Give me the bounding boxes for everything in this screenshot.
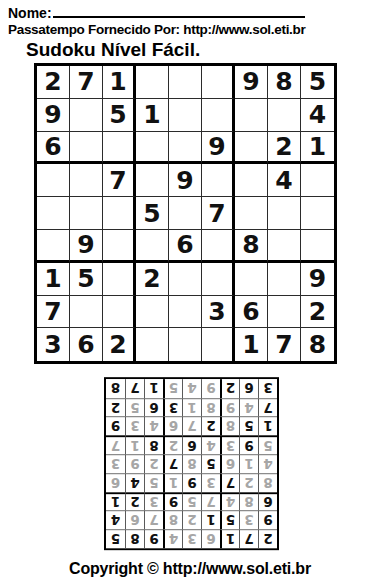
solution-cell-r5c1: 4	[258, 454, 277, 473]
name-row: Nome:	[8, 3, 305, 21]
solution-cell-r6c8: 1	[125, 435, 144, 454]
solution-cell-r4c6: 1	[163, 473, 182, 492]
solution-cell-r6c6: 2	[163, 435, 182, 454]
cell-r2c8[interactable]	[268, 99, 301, 132]
solution-cell-r5c4: 5	[201, 454, 220, 473]
solution-cell-r8c6: 3	[163, 398, 182, 417]
page-title: Sudoku Nível Fácil.	[26, 39, 200, 61]
cell-r9c1[interactable]: 3	[37, 328, 70, 361]
cell-r8c4[interactable]	[136, 296, 169, 329]
solution-cell-r5c8: 9	[125, 454, 144, 473]
solution-cell-r7c6: 6	[163, 417, 182, 436]
cell-r9c3[interactable]: 2	[103, 328, 136, 361]
cell-r5c8[interactable]	[268, 197, 301, 230]
cell-r2c7[interactable]	[235, 99, 268, 132]
cell-r7c6[interactable]	[202, 263, 235, 296]
solution-cell-r2c1: 9	[258, 511, 277, 530]
cell-r4c6[interactable]	[202, 164, 235, 197]
solution-cell-r5c9: 3	[106, 454, 125, 473]
solution-cell-r3c5: 5	[182, 492, 201, 511]
cell-r7c8[interactable]	[268, 263, 301, 296]
solution-cell-r2c7: 7	[144, 511, 163, 530]
solution-cell-r3c8: 2	[125, 492, 144, 511]
solution-cell-r5c6: 7	[163, 454, 182, 473]
cell-r2c2[interactable]	[70, 99, 103, 132]
solution-cell-r1c5: 3	[182, 529, 201, 548]
solution-cell-r8c7: 6	[144, 398, 163, 417]
cell-r1c4[interactable]	[136, 66, 169, 99]
solution-cell-r7c8: 3	[125, 417, 144, 436]
cell-r6c2[interactable]: 9	[70, 230, 103, 263]
solution-cell-r7c3: 8	[220, 417, 239, 436]
solution-cell-r3c9: 1	[106, 492, 125, 511]
cell-r3c4[interactable]	[136, 132, 169, 165]
cell-r9c8[interactable]: 7	[268, 328, 301, 361]
solution-cell-r4c1: 8	[258, 473, 277, 492]
solution-cell-r2c5: 2	[182, 511, 201, 530]
cell-r6c3[interactable]	[103, 230, 136, 263]
cell-r1c3[interactable]: 1	[103, 66, 136, 99]
cell-r9c7[interactable]: 1	[235, 328, 268, 361]
solution-cell-r4c7: 5	[144, 473, 163, 492]
solution-cell-r7c9: 9	[106, 417, 125, 436]
cell-r8c8[interactable]	[268, 296, 301, 329]
cell-r7c7[interactable]	[235, 263, 268, 296]
solution-cell-r7c5: 7	[182, 417, 201, 436]
cell-r5c4[interactable]: 5	[136, 197, 169, 230]
cell-r4c5[interactable]: 9	[169, 164, 202, 197]
solution-cell-r1c8: 8	[125, 529, 144, 548]
solution-cell-r4c2: 2	[239, 473, 258, 492]
solution-cell-r1c6: 4	[163, 529, 182, 548]
solution-cell-r4c8: 4	[125, 473, 144, 492]
solution-cell-r2c3: 5	[220, 511, 239, 530]
cell-r6c6[interactable]	[202, 230, 235, 263]
cell-r7c9[interactable]: 9	[301, 263, 334, 296]
solution-cell-r5c5: 8	[182, 454, 201, 473]
cell-r3c8[interactable]: 2	[268, 132, 301, 165]
solution-cell-r2c9: 4	[106, 511, 125, 530]
solution-cell-r6c2: 9	[239, 435, 258, 454]
cell-r3c5[interactable]	[169, 132, 202, 165]
solution-cell-r7c4: 2	[201, 417, 220, 436]
name-blank-line[interactable]	[53, 3, 305, 18]
cell-r1c1[interactable]: 2	[37, 66, 70, 99]
cell-r8c6[interactable]: 3	[202, 296, 235, 329]
cell-r4c2[interactable]	[70, 164, 103, 197]
name-label: Nome:	[8, 5, 52, 21]
cell-r7c3[interactable]	[103, 263, 136, 296]
solution-cell-r3c6: 9	[163, 492, 182, 511]
solution-cell-r5c7: 2	[144, 454, 163, 473]
solution-cell-r8c9: 2	[106, 398, 125, 417]
solution-cell-r7c1: 1	[258, 417, 277, 436]
solution-cell-r1c1: 2	[258, 529, 277, 548]
cell-r4c8[interactable]: 4	[268, 164, 301, 197]
solution-cell-r9c3: 2	[220, 379, 239, 398]
solution-cell-r1c2: 7	[239, 529, 258, 548]
solution-cell-r3c4: 7	[201, 492, 220, 511]
cell-r7c4[interactable]: 2	[136, 263, 169, 296]
cell-r7c5[interactable]	[169, 263, 202, 296]
cell-r2c9[interactable]: 4	[301, 99, 334, 132]
cell-r7c2[interactable]: 5	[70, 263, 103, 296]
solution-cell-r2c4: 1	[201, 511, 220, 530]
cell-r3c9[interactable]: 1	[301, 132, 334, 165]
cell-r6c8[interactable]	[268, 230, 301, 263]
solution-cell-r7c2: 5	[239, 417, 258, 436]
solution-cell-r9c5: 4	[182, 379, 201, 398]
cell-r1c2[interactable]: 7	[70, 66, 103, 99]
cell-r2c6[interactable]	[202, 99, 235, 132]
cell-r3c3[interactable]	[103, 132, 136, 165]
cell-r2c4[interactable]: 1	[136, 99, 169, 132]
solution-cell-r1c7: 9	[144, 529, 163, 548]
solution-cell-r9c6: 5	[163, 379, 182, 398]
cell-r6c9[interactable]	[301, 230, 334, 263]
solution-cell-r9c1: 3	[258, 379, 277, 398]
cell-r1c5[interactable]	[169, 66, 202, 99]
sudoku-board: 271985951469217945796815297362362178	[34, 63, 337, 364]
solution-cell-r6c1: 5	[258, 435, 277, 454]
solution-cell-r2c2: 3	[239, 511, 258, 530]
cell-r3c7[interactable]	[235, 132, 268, 165]
cell-r5c2[interactable]	[70, 197, 103, 230]
cell-r3c6[interactable]: 9	[202, 132, 235, 165]
solution-cell-r9c9: 8	[106, 379, 125, 398]
cell-r6c4[interactable]	[136, 230, 169, 263]
solution-cell-r1c9: 5	[106, 529, 125, 548]
solution-cell-r3c1: 6	[258, 492, 277, 511]
cell-r9c6[interactable]	[202, 328, 235, 361]
cell-r4c9[interactable]	[301, 164, 334, 197]
solution-cell-r1c3: 1	[220, 529, 239, 548]
solution-cell-r4c5: 9	[182, 473, 201, 492]
cell-r8c2[interactable]	[70, 296, 103, 329]
solution-board-rotated: 2716349859351287646847593218273915464165…	[104, 377, 279, 550]
cell-r1c8[interactable]: 8	[268, 66, 301, 99]
solution-cell-r3c7: 3	[144, 492, 163, 511]
solution-cell-r4c9: 6	[106, 473, 125, 492]
solution-cell-r8c4: 8	[201, 398, 220, 417]
cell-r9c9[interactable]: 8	[301, 328, 334, 361]
solution-cell-r6c3: 3	[220, 435, 239, 454]
solution-cell-r7c7: 4	[144, 417, 163, 436]
cell-r1c7[interactable]: 9	[235, 66, 268, 99]
solution-cell-r8c1: 7	[258, 398, 277, 417]
cell-r3c1[interactable]: 6	[37, 132, 70, 165]
cell-r4c1[interactable]	[37, 164, 70, 197]
cell-r6c7[interactable]: 8	[235, 230, 268, 263]
solution-cell-r8c2: 4	[239, 398, 258, 417]
cell-r5c5[interactable]	[169, 197, 202, 230]
cell-r6c1[interactable]	[37, 230, 70, 263]
cell-r6c5[interactable]: 6	[169, 230, 202, 263]
cell-r1c6[interactable]	[202, 66, 235, 99]
solution-cell-r9c4: 9	[201, 379, 220, 398]
cell-r5c3[interactable]	[103, 197, 136, 230]
solution-cell-r2c6: 8	[163, 511, 182, 530]
cell-r9c2[interactable]: 6	[70, 328, 103, 361]
solution-cell-r8c5: 1	[182, 398, 201, 417]
cell-r9c5[interactable]	[169, 328, 202, 361]
solution-cell-r8c3: 9	[220, 398, 239, 417]
solution-cell-r9c7: 1	[144, 379, 163, 398]
solution-cell-r6c5: 6	[182, 435, 201, 454]
cell-r7c1[interactable]: 1	[37, 263, 70, 296]
solution-cell-r6c9: 7	[106, 435, 125, 454]
cell-r2c1[interactable]: 9	[37, 99, 70, 132]
solution-cell-r1c4: 6	[201, 529, 220, 548]
cell-r8c9[interactable]: 2	[301, 296, 334, 329]
cell-r4c4[interactable]	[136, 164, 169, 197]
cell-r4c3[interactable]: 7	[103, 164, 136, 197]
cell-r8c3[interactable]	[103, 296, 136, 329]
solution-cell-r4c4: 3	[201, 473, 220, 492]
cell-r5c9[interactable]	[301, 197, 334, 230]
solution-cell-r3c3: 4	[220, 492, 239, 511]
cell-r5c6[interactable]: 7	[202, 197, 235, 230]
cell-r2c5[interactable]	[169, 99, 202, 132]
solution-cell-r2c8: 6	[125, 511, 144, 530]
solution-cell-r8c8: 5	[125, 398, 144, 417]
solution-cell-r6c7: 8	[144, 435, 163, 454]
solution-cell-r5c3: 6	[220, 454, 239, 473]
cell-r8c7[interactable]: 6	[235, 296, 268, 329]
solution-cell-r6c4: 4	[201, 435, 220, 454]
cell-r5c1[interactable]	[37, 197, 70, 230]
provider-line: Passatempo Fornecido Por: http://www.sol…	[8, 22, 305, 37]
cell-r8c5[interactable]	[169, 296, 202, 329]
solution-cell-r4c3: 7	[220, 473, 239, 492]
solution-cell-r3c2: 8	[239, 492, 258, 511]
copyright-line: Copyright © http://www.sol.eti.br	[0, 560, 380, 578]
printable-sudoku-page: Nome: Passatempo Fornecido Por: http://w…	[0, 0, 380, 585]
solution-cell-r5c2: 1	[239, 454, 258, 473]
cell-r3c2[interactable]	[70, 132, 103, 165]
solution-cell-r9c8: 7	[125, 379, 144, 398]
cell-r4c7[interactable]	[235, 164, 268, 197]
cell-r8c1[interactable]: 7	[37, 296, 70, 329]
cell-r2c3[interactable]: 5	[103, 99, 136, 132]
cell-r1c9[interactable]: 5	[301, 66, 334, 99]
cell-r9c4[interactable]	[136, 328, 169, 361]
solution-cell-r9c2: 6	[239, 379, 258, 398]
cell-r5c7[interactable]	[235, 197, 268, 230]
